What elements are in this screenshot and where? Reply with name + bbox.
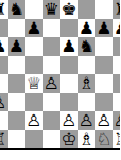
square-h8[interactable]: ♜ <box>113 0 121 19</box>
square-b7[interactable] <box>8 19 26 38</box>
piece-white-bishop: ♗ <box>79 130 94 149</box>
square-h3[interactable] <box>113 93 121 112</box>
square-f4[interactable]: ♗ <box>78 74 96 93</box>
square-b5[interactable] <box>8 56 26 75</box>
square-d6[interactable] <box>43 37 61 56</box>
square-d3[interactable] <box>43 93 61 112</box>
square-c5[interactable] <box>25 56 43 75</box>
piece-white-pawn: ♙ <box>0 93 6 112</box>
square-d2[interactable] <box>43 111 61 130</box>
piece-black-pawn: ♟ <box>61 37 76 56</box>
piece-white-pawn: ♙ <box>61 111 76 130</box>
square-b4[interactable] <box>8 74 26 93</box>
square-e3[interactable] <box>60 93 78 112</box>
square-g2[interactable]: ♙ <box>95 111 113 130</box>
piece-black-pawn: ♟ <box>79 19 94 38</box>
piece-black-pawn: ♟ <box>26 19 41 38</box>
square-d4[interactable]: ♙ <box>43 74 61 93</box>
piece-black-queen: ♛ <box>44 0 59 19</box>
square-g6[interactable] <box>95 37 113 56</box>
square-f1[interactable]: ♗ <box>78 130 96 149</box>
piece-white-pawn: ♙ <box>114 111 120 130</box>
piece-white-pawn: ♙ <box>79 111 94 130</box>
square-f5[interactable] <box>78 56 96 75</box>
square-a2[interactable] <box>0 111 8 130</box>
piece-white-queen: ♕ <box>26 74 41 93</box>
square-f2[interactable]: ♙ <box>78 111 96 130</box>
square-h2[interactable]: ♙ <box>113 111 121 130</box>
piece-white-pawn: ♙ <box>96 111 111 130</box>
square-e2[interactable]: ♙ <box>60 111 78 130</box>
square-a6[interactable]: ♟ <box>0 37 8 56</box>
square-h4[interactable] <box>113 74 121 93</box>
square-c7[interactable]: ♟ <box>25 19 43 38</box>
square-c4[interactable]: ♕ <box>25 74 43 93</box>
square-a4[interactable] <box>0 74 8 93</box>
piece-black-pawn: ♟ <box>0 37 6 56</box>
square-c2[interactable]: ♙ <box>25 111 43 130</box>
chess-board: ♜♞♛♚♜♟♟♟♟♟♟♟♞♕♙♗♙♙♙♙♙♙♖♔♗♘♖ <box>0 0 120 150</box>
piece-black-rook: ♜ <box>0 0 6 19</box>
square-c6[interactable] <box>25 37 43 56</box>
square-g7[interactable]: ♟ <box>95 19 113 38</box>
square-g5[interactable] <box>95 56 113 75</box>
piece-white-king: ♔ <box>61 130 76 149</box>
chess-board-screenshot-crop: ♜♞♛♚♜♟♟♟♟♟♟♟♞♕♙♗♙♙♙♙♙♙♖♔♗♘♖ <box>0 0 120 160</box>
square-g3[interactable] <box>95 93 113 112</box>
square-c3[interactable] <box>25 93 43 112</box>
square-f3[interactable] <box>78 93 96 112</box>
piece-black-knight: ♞ <box>79 37 94 56</box>
square-e7[interactable] <box>60 19 78 38</box>
square-f6[interactable]: ♞ <box>78 37 96 56</box>
square-h1[interactable]: ♖ <box>113 130 121 149</box>
square-a5[interactable] <box>0 56 8 75</box>
piece-black-pawn: ♟ <box>114 19 120 38</box>
square-f7[interactable]: ♟ <box>78 19 96 38</box>
square-d1[interactable] <box>43 130 61 149</box>
piece-black-rook: ♜ <box>114 0 120 19</box>
piece-white-pawn: ♙ <box>44 74 59 93</box>
square-h7[interactable]: ♟ <box>113 19 121 38</box>
square-c8[interactable] <box>25 0 43 19</box>
piece-black-king: ♚ <box>61 0 76 19</box>
square-e5[interactable] <box>60 56 78 75</box>
square-d7[interactable] <box>43 19 61 38</box>
square-e1[interactable]: ♔ <box>60 130 78 149</box>
square-e8[interactable]: ♚ <box>60 0 78 19</box>
square-h5[interactable] <box>113 56 121 75</box>
square-b3[interactable] <box>8 93 26 112</box>
piece-white-rook: ♖ <box>0 130 6 149</box>
square-b2[interactable] <box>8 111 26 130</box>
square-b8[interactable]: ♞ <box>8 0 26 19</box>
piece-white-rook: ♖ <box>114 130 120 149</box>
piece-black-pawn: ♟ <box>96 19 111 38</box>
window-margin <box>0 150 120 160</box>
square-f8[interactable] <box>78 0 96 19</box>
square-c1[interactable] <box>25 130 43 149</box>
piece-black-pawn: ♟ <box>9 37 24 56</box>
square-a3[interactable]: ♙ <box>0 93 8 112</box>
square-g4[interactable] <box>95 74 113 93</box>
square-e6[interactable]: ♟ <box>60 37 78 56</box>
piece-white-knight: ♘ <box>96 130 111 149</box>
piece-black-knight: ♞ <box>9 0 24 19</box>
square-a7[interactable] <box>0 19 8 38</box>
square-b6[interactable]: ♟ <box>8 37 26 56</box>
square-a8[interactable]: ♜ <box>0 0 8 19</box>
square-b1[interactable] <box>8 130 26 149</box>
square-d8[interactable]: ♛ <box>43 0 61 19</box>
piece-white-pawn: ♙ <box>26 111 41 130</box>
piece-white-bishop: ♗ <box>79 74 94 93</box>
square-h6[interactable] <box>113 37 121 56</box>
square-a1[interactable]: ♖ <box>0 130 8 149</box>
square-d5[interactable] <box>43 56 61 75</box>
square-g1[interactable]: ♘ <box>95 130 113 149</box>
square-e4[interactable] <box>60 74 78 93</box>
square-g8[interactable] <box>95 0 113 19</box>
